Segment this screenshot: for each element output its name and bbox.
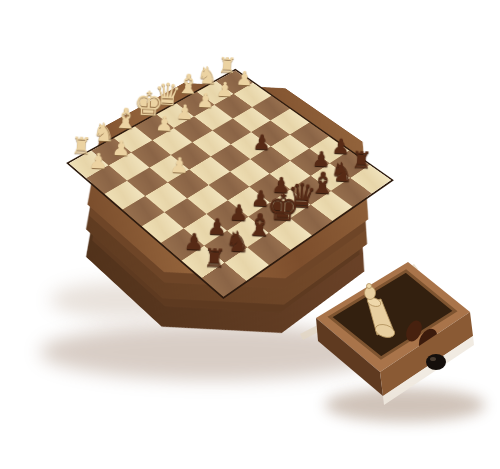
drawer-shadow — [325, 388, 485, 422]
knob-highlight — [430, 357, 436, 361]
drawer-group — [0, 0, 500, 469]
drawer-knob[interactable] — [426, 354, 446, 370]
chess-set-photo: ♜♞♝♛♚♝♞♜♟♟♟♟♟♟♟♟♟♟♟♟♟♟♟♟♜♞♝♛♚♝♞♜ — [0, 0, 500, 469]
